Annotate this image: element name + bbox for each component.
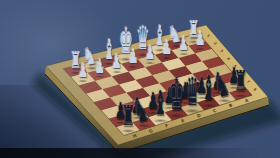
piece-white-pawn-g2[interactable]: ♟ [95,57,105,76]
piece-black-bishop-f8[interactable]: ♝ [153,88,168,121]
piece-black-king-e8[interactable]: ♚ [168,72,185,115]
piece-white-pawn-a2[interactable]: ♟ [195,30,205,49]
piece-black-queen-d8[interactable]: ♛ [184,72,200,111]
piece-white-pawn-b2[interactable]: ♟ [179,35,189,54]
piece-white-pawn-f2[interactable]: ♟ [111,53,121,72]
piece-black-bishop-c8[interactable]: ♝ [201,73,216,106]
piece-white-pawn-d2[interactable]: ♟ [145,44,155,63]
piece-white-pawn-c2[interactable]: ♟ [162,39,172,58]
piece-white-pawn-h2[interactable]: ♟ [78,62,88,81]
table-edge-shadow [0,148,280,158]
piece-black-rook-a8[interactable]: ♜ [234,69,248,96]
piece-black-rook-h8[interactable]: ♜ [121,104,135,131]
piece-white-pawn-e2[interactable]: ♟ [128,48,138,67]
chess-scene: HGFEDCBA12345678 ♜♞♝♛♚♝♞♜♟♟♟♟♟♟♟♟♟♟♟♟♟♟♟… [0,0,280,158]
